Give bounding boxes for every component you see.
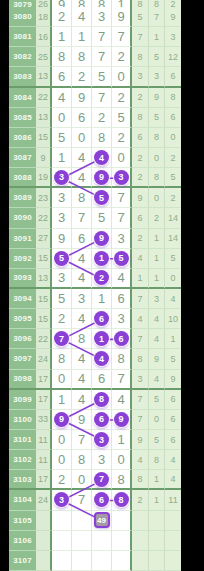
circled-digit: 3 [114,170,129,185]
digit-cell: 9 [92,229,112,249]
digit-cell: 0 [72,128,92,148]
stat-cell: 14 [165,208,181,228]
digit-cell: 6 [92,309,112,329]
issue-label: 3095 [9,309,36,329]
digit-cell: 6 [52,67,72,87]
digit-cell: 5 [112,108,132,128]
digit-cell: 7 [92,47,112,67]
issue-label: 3098 [9,370,36,390]
stat-cell: 6 [165,108,181,128]
digit-cell: 2 [72,67,92,87]
issue-label: 3104 [9,490,36,510]
stat-cell: 1 [149,269,165,289]
digit-cell: 4 [72,249,92,269]
issue-label: 3096 [9,329,36,349]
stat-cell: 5 [149,390,165,410]
stat-cell: 4 [165,450,181,470]
lottery-trend-chart: 3079269881882308018243957930811611777133… [9,0,181,571]
digit-cell: 8 [112,470,132,490]
circled-digit: 2 [94,270,109,285]
digit-cell: 9 [72,410,92,430]
digit-cell: 1 [92,249,112,269]
stat-cell: 6 [165,67,181,87]
stat-cell: 9 [165,7,181,27]
stat-cell: 14 [165,229,181,249]
digit-cell: 4 [72,390,92,410]
digit-cell: 5 [52,289,72,309]
sum-cell: 24 [36,490,52,510]
chart-row-3092: 3092155415415 [9,249,181,269]
digit-cell: 4 [72,7,92,27]
chart-row-3090: 30902237576214 [9,208,181,228]
digit-cell: 49 [92,511,112,531]
sum-cell: 17 [36,370,52,390]
circled-digit: 7 [54,331,69,346]
digit-cell: 1 [92,289,112,309]
circled-digit: 3 [54,492,69,507]
digit-cell: 4 [72,148,92,168]
stat-cell: 4 [165,289,181,309]
chart-row-3084: 3084224972298 [9,88,181,108]
stat-cell: 9 [132,430,149,450]
digit-cell [112,511,132,531]
issue-label: 3080 [9,7,36,27]
chart-row-3104: 31042437682111 [9,490,181,510]
stat-cell: 3 [149,67,165,87]
stat-cell: 3 [132,370,149,390]
stat-cell: 2 [165,188,181,208]
circled-digit: 6 [94,311,109,326]
stat-cell: 5 [165,249,181,269]
stat-cell: 2 [132,168,149,188]
stat-cell: 5 [165,349,181,369]
chart-row-3088: 3088193493285 [9,168,181,188]
chart-row-3080: 3080182439579 [9,7,181,27]
circled-digit: 1 [94,251,109,266]
digit-cell: 5 [112,249,132,269]
chart-row-3101: 3101110731956 [9,430,181,450]
chart-row-3094: 3094155316734 [9,289,181,309]
circled-digit: 9 [94,170,109,185]
circled-digit: 3 [54,170,69,185]
issue-label: 3105 [9,511,36,531]
sum-cell: 18 [36,7,52,27]
digit-cell: 7 [112,188,132,208]
chart-row-3106: 3106 [9,531,181,551]
stat-cell: 1 [149,470,165,490]
stat-cell: 8 [149,168,165,188]
stat-cell: 6 [165,430,181,450]
digit-cell: 1 [52,27,72,47]
stat-cell: 2 [132,490,149,510]
issue-label: 3107 [9,551,36,571]
stat-cell: 0 [165,269,181,289]
circled-digit: 8 [114,492,129,507]
circled-digit: 9 [114,412,129,427]
stat-cell [132,511,149,531]
digit-cell [92,531,112,551]
chart-rows: 3079269881882308018243957930811611777133… [9,0,181,571]
chart-row-3085: 3085130625856 [9,108,181,128]
issue-label: 3101 [9,430,36,450]
stat-cell: 1 [165,329,181,349]
sum-cell: 22 [36,329,52,349]
stat-cell [132,531,149,551]
issue-label: 3089 [9,188,36,208]
stat-cell: 2 [132,148,149,168]
sum-cell [36,511,52,531]
sum-cell: 9 [36,148,52,168]
issue-label: 3099 [9,390,36,410]
stat-cell: 1 [149,249,165,269]
digit-cell: 8 [112,490,132,510]
digit-cell: 7 [112,208,132,228]
digit-cell: 3 [92,7,112,27]
digit-cell: 4 [92,148,112,168]
digit-cell: 1 [72,27,92,47]
stat-cell [149,511,165,531]
digit-cell: 9 [72,88,92,108]
digit-cell: 6 [92,370,112,390]
circled-digit: 5 [94,190,109,205]
stat-cell [165,531,181,551]
circled-digit: 8 [94,392,109,407]
stat-cell: 9 [149,349,165,369]
stat-cell: 8 [149,450,165,470]
digit-cell: 3 [92,430,112,450]
circled-digit: 6 [94,492,109,507]
digit-cell: 5 [92,67,112,87]
digit-cell: 8 [72,47,92,67]
digit-cell: 2 [92,108,112,128]
digit-cell: 0 [72,470,92,490]
digit-cell: 1 [112,430,132,450]
digit-cell: 6 [112,329,132,349]
sum-cell: 11 [36,430,52,450]
sum-cell: 27 [36,229,52,249]
circled-digit: 5 [114,251,129,266]
digit-cell: 0 [52,370,72,390]
digit-cell: 8 [72,188,92,208]
digit-cell: 8 [112,349,132,369]
stat-cell: 8 [149,128,165,148]
stat-cell: 0 [165,128,181,148]
circled-digit: 6 [94,412,109,427]
digit-cell: 3 [52,490,72,510]
stat-cell: 6 [132,128,149,148]
stat-cell: 7 [132,410,149,430]
digit-cell: 4 [72,269,92,289]
stat-cell: 9 [165,370,181,390]
sum-cell: 23 [36,188,52,208]
stat-cell: 4 [132,309,149,329]
issue-label: 3102 [9,450,36,470]
stat-cell: 7 [132,390,149,410]
sum-cell: 19 [36,168,52,188]
circled-digit: 3 [94,432,109,447]
digit-cell: 2 [52,470,72,490]
issue-label: 3087 [9,148,36,168]
chart-row-3100: 3100339969706 [9,410,181,430]
issue-label: 3088 [9,168,36,188]
issue-label: 3085 [9,108,36,128]
digit-cell: 9 [52,410,72,430]
stat-cell: 4 [132,450,149,470]
digit-cell: 8 [92,128,112,148]
issue-label: 3084 [9,88,36,108]
digit-cell: 2 [92,269,112,289]
circled-digit: 9 [94,231,109,246]
stat-cell: 2 [149,208,165,228]
digit-cell: 5 [92,188,112,208]
digit-cell: 6 [72,108,92,128]
digit-cell: 8 [72,450,92,470]
chart-row-3081: 3081161177713 [9,27,181,47]
stat-cell: 3 [132,67,149,87]
sum-cell: 25 [36,47,52,67]
digit-cell: 4 [72,168,92,188]
issue-label: 3092 [9,249,36,269]
digit-cell: 8 [72,329,92,349]
issue-label: 3082 [9,47,36,67]
digit-cell: 3 [112,168,132,188]
chart-row-3099: 3099171484756 [9,390,181,410]
stat-cell: 7 [132,329,149,349]
chart-row-3089: 3089233857902 [9,188,181,208]
stat-cell: 10 [165,309,181,329]
sum-cell: 15 [36,249,52,269]
digit-cell: 3 [52,168,72,188]
sum-cell: 24 [36,349,52,369]
digit-cell: 7 [92,470,112,490]
stat-cell: 7 [149,7,165,27]
digit-cell: 3 [92,450,112,470]
sum-cell: 16 [36,27,52,47]
stat-cell: 5 [149,430,165,450]
digit-cell: 7 [112,370,132,390]
digit-cell: 4 [112,269,132,289]
digit-cell: 7 [72,430,92,450]
stat-cell: 5 [149,108,165,128]
digit-cell: 7 [52,329,72,349]
stat-cell: 5 [132,7,149,27]
stat-cell: 5 [165,168,181,188]
circled-digit: 1 [94,331,109,346]
chart-row-3093: 3093133424110 [9,269,181,289]
digit-cell: 6 [112,289,132,309]
digit-cell: 1 [52,148,72,168]
digit-cell: 7 [72,490,92,510]
sum-cell: 17 [36,390,52,410]
digit-cell: 0 [52,450,72,470]
issue-label: 3100 [9,410,36,430]
digit-cell: 4 [72,309,92,329]
stat-cell [132,551,149,571]
digit-cell: 3 [52,208,72,228]
stat-cell: 9 [132,188,149,208]
chart-row-3102: 3102110830484 [9,450,181,470]
digit-cell: 2 [112,88,132,108]
digit-cell: 4 [112,390,132,410]
digit-cell: 3 [72,289,92,309]
sum-cell: 22 [36,88,52,108]
stat-cell: 8 [165,88,181,108]
digit-cell: 4 [52,88,72,108]
digit-cell [52,551,72,571]
issue-label: 3083 [9,67,36,87]
digit-cell: 0 [112,148,132,168]
digit-cell: 6 [92,490,112,510]
circled-digit: 4 [94,150,109,165]
issue-label: 3086 [9,128,36,148]
digit-cell: 1 [92,329,112,349]
digit-cell: 3 [52,269,72,289]
stat-cell: 1 [149,229,165,249]
circled-digit: 9 [54,412,69,427]
digit-cell: 4 [72,349,92,369]
circled-digit: 6 [114,331,129,346]
sum-cell: 22 [36,208,52,228]
digit-cell [112,531,132,551]
chart-row-3091: 30912796932114 [9,229,181,249]
digit-cell: 8 [52,349,72,369]
digit-cell [52,531,72,551]
sum-cell: 15 [36,289,52,309]
sum-cell: 17 [36,470,52,490]
digit-cell: 8 [52,47,72,67]
digit-cell: 4 [72,370,92,390]
issue-label: 3094 [9,289,36,309]
circled-digit: 7 [94,472,109,487]
chart-row-3105: 310549 [9,511,181,531]
digit-cell: 0 [112,450,132,470]
chart-row-3079: 3079269881882 [9,0,181,7]
issue-label: 3103 [9,470,36,490]
chart-row-3103: 3103172078814 [9,470,181,490]
sum-cell: 13 [36,269,52,289]
stat-cell: 11 [165,490,181,510]
sum-cell [36,551,52,571]
chart-row-3087: 308791440202 [9,148,181,168]
issue-label: 3106 [9,531,36,551]
stat-cell: 3 [149,289,165,309]
chart-row-3083: 3083136250336 [9,67,181,87]
stat-cell: 8 [132,349,149,369]
stat-cell [165,511,181,531]
digit-cell: 5 [52,249,72,269]
digit-cell: 2 [52,7,72,27]
stat-cell: 4 [165,470,181,490]
stat-cell: 0 [149,410,165,430]
digit-cell [72,511,92,531]
digit-cell: 2 [112,47,132,67]
chart-row-3082: 30822588728512 [9,47,181,67]
prediction-badge: 49 [94,512,110,528]
circled-digit: 5 [54,251,69,266]
stat-cell: 8 [132,47,149,67]
issue-label: 3097 [9,349,36,369]
digit-cell: 3 [112,229,132,249]
chart-row-3086: 3086155082680 [9,128,181,148]
digit-cell: 5 [92,208,112,228]
digit-cell [92,551,112,571]
stat-cell: 12 [165,47,181,67]
digit-cell: 6 [72,229,92,249]
sum-cell [36,531,52,551]
issue-label: 3090 [9,208,36,228]
digit-cell: 4 [92,349,112,369]
digit-cell: 9 [112,410,132,430]
stat-cell: 0 [149,188,165,208]
chart-row-3107: 3107 [9,551,181,571]
stat-cell: 4 [149,329,165,349]
digit-cell: 0 [52,108,72,128]
issue-label: 3081 [9,27,36,47]
sum-cell: 15 [36,128,52,148]
digit-cell: 3 [112,309,132,329]
digit-cell: 9 [52,229,72,249]
stat-cell: 3 [165,27,181,47]
digit-cell: 8 [92,390,112,410]
stat-cell: 2 [132,229,149,249]
stat-cell: 4 [132,249,149,269]
stat-cell: 8 [132,470,149,490]
digit-cell: 0 [112,67,132,87]
chart-row-3097: 3097248448895 [9,349,181,369]
stat-cell [165,551,181,571]
digit-cell: 7 [112,27,132,47]
digit-cell: 9 [92,168,112,188]
sum-cell: 33 [36,410,52,430]
digit-cell: 6 [92,410,112,430]
stat-cell: 6 [165,390,181,410]
sum-cell: 13 [36,67,52,87]
stat-cell: 4 [149,309,165,329]
stat-cell: 1 [149,490,165,510]
stat-cell: 9 [149,88,165,108]
digit-cell: 7 [92,27,112,47]
stat-cell: 0 [149,148,165,168]
stat-cell [149,531,165,551]
digit-cell [52,511,72,531]
digit-cell: 0 [52,430,72,450]
stat-cell: 1 [132,269,149,289]
stat-cell: 7 [132,289,149,309]
sum-cell: 15 [36,309,52,329]
digit-cell: 9 [112,7,132,27]
stat-cell: 6 [165,410,181,430]
digit-cell: 1 [52,390,72,410]
digit-cell: 3 [52,188,72,208]
stat-cell: 6 [132,208,149,228]
digit-cell [112,551,132,571]
stat-cell: 4 [149,370,165,390]
issue-label: 3093 [9,269,36,289]
digit-cell: 2 [52,309,72,329]
digit-cell: 2 [112,128,132,148]
issue-label: 3091 [9,229,36,249]
sum-cell: 11 [36,450,52,470]
stat-cell: 7 [132,27,149,47]
stat-cell [149,551,165,571]
digit-cell: 7 [92,88,112,108]
digit-cell [72,551,92,571]
chart-row-3095: 30951524634410 [9,309,181,329]
digit-cell: 7 [72,208,92,228]
stat-cell: 5 [149,47,165,67]
stat-cell: 1 [149,27,165,47]
stat-cell: 8 [132,108,149,128]
